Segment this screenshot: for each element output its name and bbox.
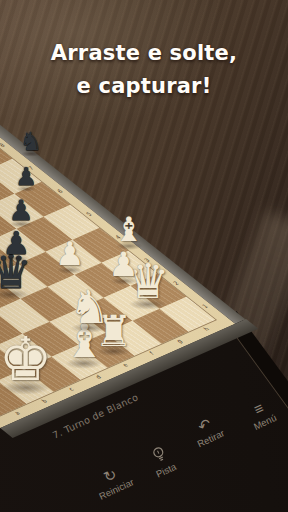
file-label: h [203,327,211,332]
file-label: f [149,351,156,356]
chess-piece-black-p-f6[interactable]: ♟ [9,197,34,225]
file-label: a [14,411,22,416]
file-label: e [122,363,130,368]
menu-icon: ≡ [252,401,266,417]
chess-piece-white-b-h4[interactable]: ♝ [114,214,144,248]
rank-label: 8 [0,143,7,148]
file-label: c [68,387,76,392]
rank-label: 5 [86,212,94,217]
caption-line-1: Arraste e solte, [0,37,288,70]
file-label: d [95,375,103,380]
chess-piece-white-p-g3[interactable]: ♟ [109,249,139,283]
chess-piece-white-n-e2[interactable]: ♞ [69,284,110,330]
screenshot-root: Arraste e solte, e capturar! 7. Turno de… [0,0,288,512]
chess-piece-black-n-h8[interactable]: ♞ [20,130,43,155]
file-label: g [176,339,184,344]
caption-line-2: e capturar! [0,70,288,103]
file-label: b [41,399,49,404]
promo-caption: Arraste e solte, e capturar! [0,37,288,103]
rank-label: 2 [173,281,181,286]
chess-piece-white-p-f4[interactable]: ♟ [55,239,84,272]
rank-label: 1 [202,304,210,309]
menu-label: Menú [252,412,278,432]
rank-label: 6 [57,189,65,194]
chess-piece-black-p-g7[interactable]: ♟ [15,165,37,190]
chess-piece-black-p-e5[interactable]: ♟ [2,229,30,261]
menu-button[interactable]: ≡ Menú [229,389,288,440]
chess-piece-white-k-b1[interactable]: ♚ [0,330,52,390]
